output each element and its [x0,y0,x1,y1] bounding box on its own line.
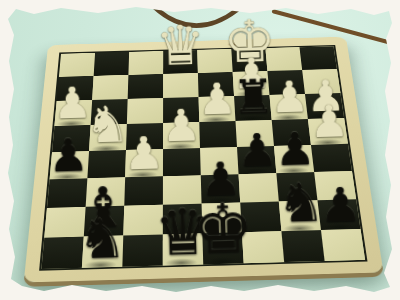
square-f3 [239,173,279,202]
chess-board: ♛♚♟♟♟♜♟♟♞♟♟♟♟♟♟♟♝♞♟♞♛♚ [24,37,384,283]
square-e4 [200,147,239,175]
square-c6 [127,98,163,124]
board-grid: ♛♚♟♟♟♜♟♟♞♟♟♟♟♟♟♟♝♞♟♞♛♚ [39,45,367,271]
square-h3 [314,171,356,200]
square-d5: ♟ [163,122,200,149]
square-a7 [57,76,94,101]
square-g7 [267,70,305,95]
screenshot: ♛♚♟♟♟♜♟♟♞♟♟♟♟♟♟♟♝♞♟♞♛♚ [0,0,400,300]
square-a5 [52,125,91,152]
square-a3 [47,178,87,208]
square-g3 [276,172,317,201]
square-f6: ♜ [234,95,272,121]
square-g8 [265,47,302,71]
square-g5 [272,119,311,146]
square-d1: ♛ [163,233,203,265]
square-a2 [44,207,85,238]
square-f4: ♟ [237,146,276,174]
square-f7: ♟ [233,71,270,96]
square-g2: ♞ [279,200,321,231]
square-f8: ♚ [231,48,267,72]
board-zone: ♛♚♟♟♟♜♟♟♞♟♟♟♟♟♟♟♝♞♟♞♛♚ [33,0,368,300]
square-d4 [163,148,201,176]
square-d7 [163,73,198,98]
square-b8 [94,52,129,76]
square-b7 [92,75,128,100]
square-g1 [281,230,324,262]
square-b1: ♞ [82,236,123,268]
square-h4 [311,144,352,172]
piece-shadow [164,258,197,268]
square-h2: ♟ [317,199,360,230]
square-a1 [41,237,83,269]
square-e3: ♟ [201,174,240,203]
piece-shadow [165,142,195,151]
square-d8: ♛ [163,50,198,74]
square-b6 [91,99,128,125]
square-b2: ♝ [84,206,124,237]
square-b3 [86,177,126,207]
square-a4: ♟ [50,151,89,179]
square-e7 [198,72,234,97]
square-f2 [240,201,281,232]
square-b5: ♞ [89,124,127,151]
square-g4: ♟ [274,145,314,173]
square-c3 [124,176,163,206]
square-c1 [122,234,163,266]
piece-shadow [83,260,116,270]
square-d6 [163,97,199,123]
photo: ♛♚♟♟♟♜♟♟♞♟♟♟♟♟♟♟♝♞♟♞♛♚ [6,5,394,295]
square-b4 [87,150,126,178]
square-f5 [235,120,273,147]
square-d2 [163,204,203,235]
square-d3 [163,175,202,204]
square-c7 [128,74,164,99]
square-h7 [302,69,340,94]
square-a8 [59,53,95,77]
square-f1 [242,231,284,263]
square-c8 [128,51,163,75]
square-g6: ♟ [270,94,308,120]
square-a6: ♟ [54,100,92,126]
square-e1: ♚ [202,232,243,264]
wood-knot [227,42,242,47]
square-c4: ♟ [125,149,163,177]
square-e6: ♟ [199,96,236,122]
square-e8 [197,49,232,73]
square-h1 [321,229,365,261]
square-e5 [199,121,237,148]
square-h5: ♟ [308,118,348,145]
square-c5 [126,123,163,150]
square-e2 [202,203,242,234]
square-h6: ♟ [305,93,344,119]
square-h8 [299,46,336,70]
piece-shadow [205,257,238,267]
square-c2 [123,205,163,236]
